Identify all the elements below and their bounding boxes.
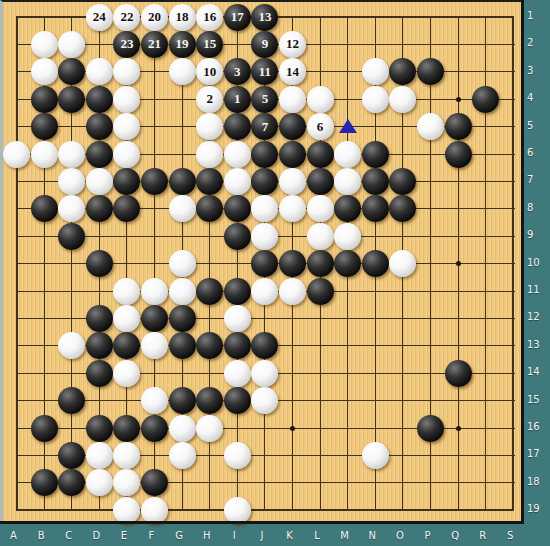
coord-row-6: 6 — [527, 148, 547, 158]
black-stone-I8 — [224, 195, 251, 222]
white-stone-J11 — [251, 278, 278, 305]
black-stone-C18 — [58, 469, 85, 496]
black-stone-H15 — [196, 387, 223, 414]
white-stone-E1-move-22: 22 — [113, 4, 140, 31]
white-stone-F11 — [141, 278, 168, 305]
black-stone-J2-move-9: 9 — [251, 31, 278, 58]
white-stone-B2 — [31, 31, 58, 58]
coord-row-9: 9 — [527, 230, 547, 240]
coord-col-G: G — [173, 531, 185, 541]
white-stone-K4 — [279, 86, 306, 113]
black-stone-E7 — [113, 168, 140, 195]
white-stone-E11 — [113, 278, 140, 305]
coord-col-O: O — [394, 531, 406, 541]
coord-row-14: 14 — [527, 367, 547, 377]
white-stone-B3 — [31, 58, 58, 85]
black-stone-R4 — [472, 86, 499, 113]
coord-row-2: 2 — [527, 38, 547, 48]
black-stone-I3-move-3: 3 — [224, 58, 251, 85]
coord-row-8: 8 — [527, 203, 547, 213]
black-stone-H8 — [196, 195, 223, 222]
black-stone-O3 — [389, 58, 416, 85]
white-stone-H4-move-2: 2 — [196, 86, 223, 113]
black-stone-E13 — [113, 332, 140, 359]
star-point-Q4 — [456, 97, 461, 102]
black-stone-H11 — [196, 278, 223, 305]
black-stone-J1-move-13: 13 — [251, 4, 278, 31]
white-stone-E17 — [113, 442, 140, 469]
coord-col-K: K — [284, 531, 296, 541]
white-stone-H6 — [196, 141, 223, 168]
white-stone-M6 — [334, 141, 361, 168]
white-stone-D3 — [86, 58, 113, 85]
black-stone-I13 — [224, 332, 251, 359]
black-stone-D6 — [86, 141, 113, 168]
black-stone-F12 — [141, 305, 168, 332]
coord-col-B: B — [35, 531, 47, 541]
coord-col-A: A — [8, 531, 20, 541]
black-stone-B16 — [31, 415, 58, 442]
black-stone-P16 — [417, 415, 444, 442]
black-stone-C4 — [58, 86, 85, 113]
black-stone-D12 — [86, 305, 113, 332]
black-stone-I15 — [224, 387, 251, 414]
board-edge-shadow — [0, 521, 524, 524]
black-stone-B8 — [31, 195, 58, 222]
coord-col-E: E — [118, 531, 130, 541]
black-stone-G7 — [169, 168, 196, 195]
white-stone-J9 — [251, 223, 278, 250]
black-stone-C3 — [58, 58, 85, 85]
black-stone-M10 — [334, 250, 361, 277]
black-stone-G12 — [169, 305, 196, 332]
black-stone-B18 — [31, 469, 58, 496]
white-stone-C13 — [58, 332, 85, 359]
white-stone-C7 — [58, 168, 85, 195]
black-stone-C9 — [58, 223, 85, 250]
black-stone-J10 — [251, 250, 278, 277]
black-stone-G13 — [169, 332, 196, 359]
white-stone-I12 — [224, 305, 251, 332]
black-stone-C17 — [58, 442, 85, 469]
black-stone-E2-move-23: 23 — [113, 31, 140, 58]
white-stone-D1-move-24: 24 — [86, 4, 113, 31]
black-stone-J6 — [251, 141, 278, 168]
white-stone-J15 — [251, 387, 278, 414]
white-stone-N3 — [362, 58, 389, 85]
white-stone-F19 — [141, 497, 168, 524]
coord-col-R: R — [477, 531, 489, 541]
black-stone-L10 — [307, 250, 334, 277]
grid-vline — [512, 16, 514, 511]
white-stone-G3 — [169, 58, 196, 85]
black-stone-J5-move-7: 7 — [251, 113, 278, 140]
white-stone-E6 — [113, 141, 140, 168]
white-stone-E3 — [113, 58, 140, 85]
black-stone-K10 — [279, 250, 306, 277]
black-stone-H7 — [196, 168, 223, 195]
white-stone-E18 — [113, 469, 140, 496]
go-game-screenshot: 2422201816171323211915912103111421576 AB… — [0, 0, 550, 546]
black-stone-O7 — [389, 168, 416, 195]
white-stone-M7 — [334, 168, 361, 195]
white-stone-H3-move-10: 10 — [196, 58, 223, 85]
black-stone-I4-move-1: 1 — [224, 86, 251, 113]
black-stone-E8 — [113, 195, 140, 222]
coord-row-11: 11 — [527, 285, 547, 295]
black-stone-L11 — [307, 278, 334, 305]
black-stone-I5 — [224, 113, 251, 140]
black-stone-K5 — [279, 113, 306, 140]
black-stone-P3 — [417, 58, 444, 85]
triangle-marker-M5 — [339, 119, 357, 133]
black-stone-Q14 — [445, 360, 472, 387]
black-stone-N10 — [362, 250, 389, 277]
white-stone-A6 — [3, 141, 30, 168]
coord-row-12: 12 — [527, 312, 547, 322]
white-stone-N4 — [362, 86, 389, 113]
white-stone-F1-move-20: 20 — [141, 4, 168, 31]
black-stone-D4 — [86, 86, 113, 113]
coord-row-5: 5 — [527, 121, 547, 131]
black-stone-N6 — [362, 141, 389, 168]
black-stone-F7 — [141, 168, 168, 195]
white-stone-H1-move-16: 16 — [196, 4, 223, 31]
grid-hline — [16, 509, 515, 511]
white-stone-F15 — [141, 387, 168, 414]
white-stone-E4 — [113, 86, 140, 113]
black-stone-H13 — [196, 332, 223, 359]
black-stone-D16 — [86, 415, 113, 442]
black-stone-B4 — [31, 86, 58, 113]
white-stone-I6 — [224, 141, 251, 168]
black-stone-H2-move-15: 15 — [196, 31, 223, 58]
white-stone-I17 — [224, 442, 251, 469]
black-stone-I1-move-17: 17 — [224, 4, 251, 31]
coord-row-3: 3 — [527, 66, 547, 76]
black-stone-E16 — [113, 415, 140, 442]
black-stone-N7 — [362, 168, 389, 195]
coord-col-M: M — [339, 531, 351, 541]
black-stone-J4-move-5: 5 — [251, 86, 278, 113]
white-stone-G17 — [169, 442, 196, 469]
white-stone-B6 — [31, 141, 58, 168]
coord-col-P: P — [422, 531, 434, 541]
white-stone-L9 — [307, 223, 334, 250]
white-stone-D17 — [86, 442, 113, 469]
coord-row-10: 10 — [527, 258, 547, 268]
coord-row-17: 17 — [527, 449, 547, 459]
black-stone-D10 — [86, 250, 113, 277]
black-stone-J13 — [251, 332, 278, 359]
star-point-K16 — [290, 426, 295, 431]
white-stone-P5 — [417, 113, 444, 140]
white-stone-F13 — [141, 332, 168, 359]
coord-row-4: 4 — [527, 93, 547, 103]
white-stone-C2 — [58, 31, 85, 58]
white-stone-L8 — [307, 195, 334, 222]
black-stone-L6 — [307, 141, 334, 168]
black-stone-L7 — [307, 168, 334, 195]
white-stone-E14 — [113, 360, 140, 387]
coord-col-S: S — [504, 531, 516, 541]
coord-row-15: 15 — [527, 395, 547, 405]
white-stone-H16 — [196, 415, 223, 442]
go-board[interactable]: 2422201816171323211915912103111421576 — [0, 0, 524, 524]
white-stone-D7 — [86, 168, 113, 195]
black-stone-D13 — [86, 332, 113, 359]
white-stone-J14 — [251, 360, 278, 387]
white-stone-O10 — [389, 250, 416, 277]
white-stone-G11 — [169, 278, 196, 305]
black-stone-F18 — [141, 469, 168, 496]
white-stone-N17 — [362, 442, 389, 469]
black-stone-D14 — [86, 360, 113, 387]
coord-row-16: 16 — [527, 422, 547, 432]
black-stone-J3-move-11: 11 — [251, 58, 278, 85]
white-stone-J8 — [251, 195, 278, 222]
black-stone-C15 — [58, 387, 85, 414]
star-point-Q16 — [456, 426, 461, 431]
black-stone-G15 — [169, 387, 196, 414]
white-stone-E19 — [113, 497, 140, 524]
white-stone-G16 — [169, 415, 196, 442]
black-stone-I11 — [224, 278, 251, 305]
coord-col-H: H — [201, 531, 213, 541]
black-stone-M8 — [334, 195, 361, 222]
white-stone-L4 — [307, 86, 334, 113]
white-stone-C8 — [58, 195, 85, 222]
black-stone-K6 — [279, 141, 306, 168]
white-stone-K3-move-14: 14 — [279, 58, 306, 85]
white-stone-K2-move-12: 12 — [279, 31, 306, 58]
white-stone-I7 — [224, 168, 251, 195]
coord-row-19: 19 — [527, 504, 547, 514]
coord-col-D: D — [90, 531, 102, 541]
white-stone-K11 — [279, 278, 306, 305]
black-stone-F16 — [141, 415, 168, 442]
black-stone-G2-move-19: 19 — [169, 31, 196, 58]
black-stone-N8 — [362, 195, 389, 222]
coord-col-F: F — [146, 531, 158, 541]
coord-col-Q: Q — [449, 531, 461, 541]
coord-row-13: 13 — [527, 340, 547, 350]
white-stone-I14 — [224, 360, 251, 387]
white-stone-K8 — [279, 195, 306, 222]
white-stone-E12 — [113, 305, 140, 332]
white-stone-K7 — [279, 168, 306, 195]
black-stone-D5 — [86, 113, 113, 140]
white-stone-D18 — [86, 469, 113, 496]
black-stone-O8 — [389, 195, 416, 222]
white-stone-G10 — [169, 250, 196, 277]
coord-col-I: I — [228, 531, 240, 541]
black-stone-B5 — [31, 113, 58, 140]
white-stone-G1-move-18: 18 — [169, 4, 196, 31]
black-stone-I9 — [224, 223, 251, 250]
white-stone-E5 — [113, 113, 140, 140]
coord-col-J: J — [256, 531, 268, 541]
white-stone-C6 — [58, 141, 85, 168]
black-stone-Q6 — [445, 141, 472, 168]
black-stone-D8 — [86, 195, 113, 222]
board-edge-shadow — [521, 0, 524, 524]
white-stone-M9 — [334, 223, 361, 250]
white-stone-H5 — [196, 113, 223, 140]
white-stone-G8 — [169, 195, 196, 222]
coord-row-1: 1 — [527, 11, 547, 21]
black-stone-Q5 — [445, 113, 472, 140]
coord-col-L: L — [311, 531, 323, 541]
coord-col-N: N — [366, 531, 378, 541]
coord-row-18: 18 — [527, 477, 547, 487]
coord-col-C: C — [63, 531, 75, 541]
white-stone-I19 — [224, 497, 251, 524]
white-stone-L5-move-6: 6 — [307, 113, 334, 140]
star-point-Q10 — [456, 261, 461, 266]
black-stone-J7 — [251, 168, 278, 195]
white-stone-O4 — [389, 86, 416, 113]
coord-row-7: 7 — [527, 175, 547, 185]
black-stone-F2-move-21: 21 — [141, 31, 168, 58]
